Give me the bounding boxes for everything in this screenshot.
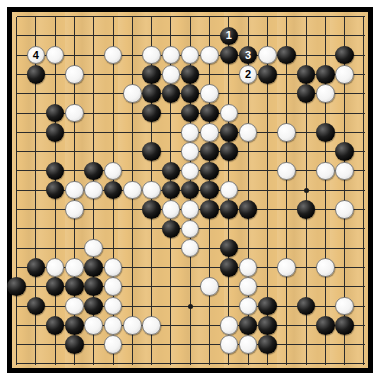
black-stone xyxy=(142,200,161,219)
black-stone xyxy=(7,277,26,296)
white-stone xyxy=(239,277,258,296)
white-stone xyxy=(84,316,103,335)
black-stone xyxy=(27,65,46,84)
black-stone xyxy=(220,239,239,258)
white-stone xyxy=(239,258,258,277)
white-stone xyxy=(239,335,258,354)
black-stone xyxy=(258,297,277,316)
black-stone xyxy=(104,181,123,200)
black-stone xyxy=(46,162,65,181)
star-point xyxy=(188,304,193,309)
move-number-stone: 2 xyxy=(239,65,258,84)
black-stone xyxy=(27,297,46,316)
black-stone xyxy=(297,84,316,103)
grid-line-horizontal xyxy=(17,35,365,36)
black-stone xyxy=(162,220,181,239)
white-stone xyxy=(181,200,200,219)
black-stone xyxy=(200,104,219,123)
black-stone xyxy=(142,84,161,103)
grid-line-vertical xyxy=(286,17,287,365)
black-stone xyxy=(258,335,277,354)
white-stone xyxy=(335,297,354,316)
white-stone xyxy=(104,297,123,316)
black-stone xyxy=(335,46,354,65)
white-stone xyxy=(104,258,123,277)
move-number-stone: 4 xyxy=(27,46,46,65)
white-stone xyxy=(65,181,84,200)
black-stone xyxy=(162,181,181,200)
white-stone xyxy=(104,277,123,296)
black-stone xyxy=(181,84,200,103)
black-stone xyxy=(220,258,239,277)
white-stone xyxy=(277,123,296,142)
white-stone xyxy=(142,181,161,200)
white-stone xyxy=(220,335,239,354)
black-stone xyxy=(181,104,200,123)
white-stone xyxy=(200,277,219,296)
black-stone xyxy=(220,46,239,65)
white-stone xyxy=(335,200,354,219)
white-stone xyxy=(181,123,200,142)
black-stone xyxy=(200,181,219,200)
white-stone xyxy=(65,297,84,316)
white-stone xyxy=(181,142,200,161)
white-stone xyxy=(200,123,219,142)
white-stone xyxy=(239,297,258,316)
black-stone xyxy=(277,46,296,65)
white-stone xyxy=(46,258,65,277)
black-stone xyxy=(84,297,103,316)
white-stone xyxy=(316,162,335,181)
move-number-stone: 3 xyxy=(239,46,258,65)
white-stone xyxy=(46,46,65,65)
white-stone xyxy=(239,123,258,142)
white-stone xyxy=(181,220,200,239)
black-stone xyxy=(220,200,239,219)
white-stone xyxy=(84,239,103,258)
black-stone xyxy=(220,142,239,161)
white-stone xyxy=(65,200,84,219)
white-stone xyxy=(335,162,354,181)
white-stone xyxy=(123,84,142,103)
go-diagram: 1432 xyxy=(0,0,380,380)
black-stone xyxy=(46,123,65,142)
black-stone xyxy=(200,142,219,161)
white-stone xyxy=(123,316,142,335)
black-stone xyxy=(142,104,161,123)
black-stone xyxy=(162,162,181,181)
black-stone xyxy=(181,181,200,200)
black-stone xyxy=(258,65,277,84)
grid-line-horizontal xyxy=(17,363,365,364)
white-stone xyxy=(65,104,84,123)
go-board: 1432 xyxy=(7,7,373,373)
white-stone xyxy=(142,46,161,65)
black-stone xyxy=(258,316,277,335)
black-stone xyxy=(65,335,84,354)
black-stone xyxy=(297,297,316,316)
white-stone xyxy=(181,162,200,181)
white-stone xyxy=(104,162,123,181)
white-stone xyxy=(65,65,84,84)
black-stone xyxy=(316,316,335,335)
black-stone xyxy=(316,65,335,84)
white-stone xyxy=(65,258,84,277)
black-stone xyxy=(220,123,239,142)
white-stone xyxy=(200,46,219,65)
white-stone xyxy=(162,46,181,65)
white-stone xyxy=(277,258,296,277)
white-stone xyxy=(335,65,354,84)
white-stone xyxy=(162,200,181,219)
black-stone xyxy=(84,277,103,296)
white-stone xyxy=(258,46,277,65)
black-stone xyxy=(297,65,316,84)
black-stone xyxy=(142,142,161,161)
black-stone xyxy=(200,162,219,181)
white-stone xyxy=(104,46,123,65)
black-stone xyxy=(84,258,103,277)
white-stone xyxy=(181,239,200,258)
black-stone xyxy=(46,277,65,296)
star-point xyxy=(304,188,309,193)
black-stone xyxy=(335,142,354,161)
black-stone xyxy=(316,123,335,142)
white-stone xyxy=(316,258,335,277)
white-stone xyxy=(104,335,123,354)
black-stone xyxy=(200,200,219,219)
black-stone xyxy=(162,84,181,103)
white-stone xyxy=(277,162,296,181)
white-stone xyxy=(84,181,103,200)
black-stone xyxy=(46,104,65,123)
move-number-stone: 1 xyxy=(220,27,239,46)
black-stone xyxy=(142,65,161,84)
black-stone xyxy=(335,316,354,335)
black-stone xyxy=(84,162,103,181)
white-stone xyxy=(220,181,239,200)
white-stone xyxy=(200,84,219,103)
black-stone xyxy=(181,65,200,84)
grid-line-vertical xyxy=(363,17,364,365)
white-stone xyxy=(104,316,123,335)
white-stone xyxy=(181,46,200,65)
black-stone xyxy=(239,200,258,219)
black-stone xyxy=(297,200,316,219)
black-stone xyxy=(65,277,84,296)
white-stone xyxy=(162,65,181,84)
black-stone xyxy=(27,258,46,277)
white-stone xyxy=(220,104,239,123)
white-stone xyxy=(123,181,142,200)
black-stone xyxy=(239,316,258,335)
white-stone xyxy=(142,316,161,335)
grid-line-vertical xyxy=(16,17,17,365)
white-stone xyxy=(316,84,335,103)
white-stone xyxy=(220,316,239,335)
black-stone xyxy=(46,181,65,200)
black-stone xyxy=(46,316,65,335)
grid-line-horizontal xyxy=(17,16,365,17)
black-stone xyxy=(65,316,84,335)
